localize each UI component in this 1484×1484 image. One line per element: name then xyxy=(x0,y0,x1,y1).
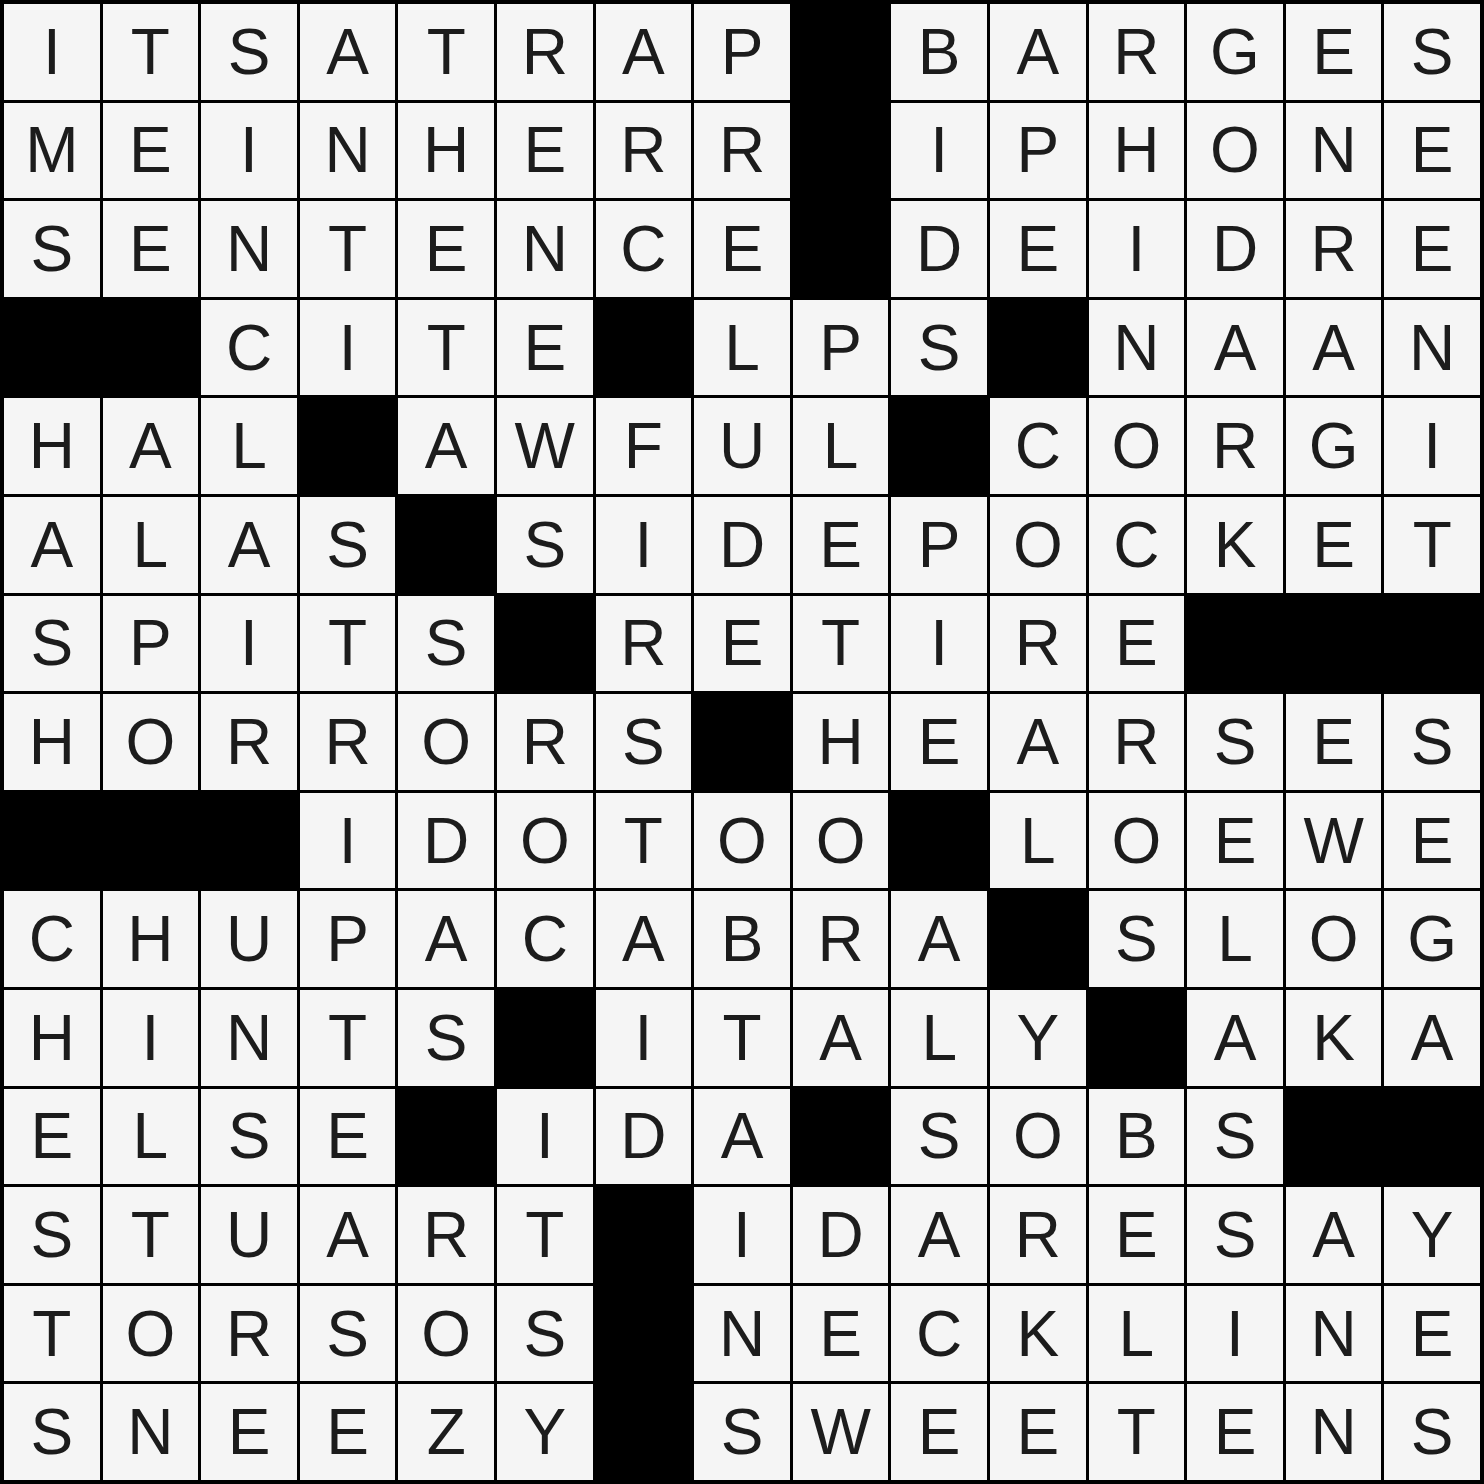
cell-r7c2[interactable]: P xyxy=(103,596,199,692)
cell-r12c11[interactable]: O xyxy=(990,1089,1086,1185)
cell-r8c12[interactable]: R xyxy=(1089,694,1185,790)
cell-r9c8[interactable]: O xyxy=(694,793,790,889)
cell-r10c6[interactable]: C xyxy=(497,891,593,987)
crossword-grid: ITSATRAPBARGESMEINHERRIPHONESENTENCEDEID… xyxy=(0,0,1484,1484)
cell-r6c12[interactable]: C xyxy=(1089,497,1185,593)
cell-r5c9[interactable]: L xyxy=(793,398,889,494)
cell-r15c2[interactable]: N xyxy=(103,1384,199,1480)
cell-r6c3[interactable]: A xyxy=(201,497,297,593)
cell-r3c11[interactable]: E xyxy=(990,201,1086,297)
cell-r13c8[interactable]: I xyxy=(694,1187,790,1283)
cell-r13c12[interactable]: E xyxy=(1089,1187,1185,1283)
cell-r12c10[interactable]: S xyxy=(891,1089,987,1185)
cell-r15c4[interactable]: E xyxy=(300,1384,396,1480)
cell-r15c8[interactable]: S xyxy=(694,1384,790,1480)
black-square-r12c14 xyxy=(1286,1089,1382,1185)
cell-r13c1[interactable]: S xyxy=(4,1187,100,1283)
cell-r10c8[interactable]: B xyxy=(694,891,790,987)
cell-r13c13[interactable]: S xyxy=(1187,1187,1283,1283)
black-square-r9c2 xyxy=(103,793,199,889)
cell-r8c15[interactable]: S xyxy=(1384,694,1480,790)
black-square-r10c11 xyxy=(990,891,1086,987)
cell-r11c2[interactable]: I xyxy=(103,990,199,1086)
cell-r2c1[interactable]: M xyxy=(4,103,100,199)
cell-r12c4[interactable]: E xyxy=(300,1089,396,1185)
cell-r5c1[interactable]: H xyxy=(4,398,100,494)
cell-r6c6[interactable]: S xyxy=(497,497,593,593)
cell-r2c8[interactable]: R xyxy=(694,103,790,199)
cell-r11c10[interactable]: L xyxy=(891,990,987,1086)
cell-r8c1[interactable]: H xyxy=(4,694,100,790)
cell-r4c9[interactable]: P xyxy=(793,300,889,396)
cell-r8c14[interactable]: E xyxy=(1286,694,1382,790)
cell-r13c15[interactable]: Y xyxy=(1384,1187,1480,1283)
cell-r8c13[interactable]: S xyxy=(1187,694,1283,790)
cell-r10c2[interactable]: H xyxy=(103,891,199,987)
cell-r5c8[interactable]: U xyxy=(694,398,790,494)
cell-r8c11[interactable]: A xyxy=(990,694,1086,790)
cell-r15c12[interactable]: T xyxy=(1089,1384,1185,1480)
cell-r4c10[interactable]: S xyxy=(891,300,987,396)
cell-r1c7[interactable]: A xyxy=(596,4,692,100)
cell-r15c1[interactable]: S xyxy=(4,1384,100,1480)
cell-r15c6[interactable]: Y xyxy=(497,1384,593,1480)
cell-r11c9[interactable]: A xyxy=(793,990,889,1086)
cell-r2c14[interactable]: N xyxy=(1286,103,1382,199)
cell-r5c6[interactable]: W xyxy=(497,398,593,494)
cell-r8c7[interactable]: S xyxy=(596,694,692,790)
cell-r1c6[interactable]: R xyxy=(497,4,593,100)
cell-r14c10[interactable]: C xyxy=(891,1286,987,1382)
cell-r10c3[interactable]: U xyxy=(201,891,297,987)
cell-r2c3[interactable]: I xyxy=(201,103,297,199)
cell-r9c5[interactable]: D xyxy=(398,793,494,889)
cell-r13c4[interactable]: A xyxy=(300,1187,396,1283)
cell-r8c3[interactable]: R xyxy=(201,694,297,790)
cell-r9c7[interactable]: T xyxy=(596,793,692,889)
cell-r8c6[interactable]: R xyxy=(497,694,593,790)
cell-r12c7[interactable]: D xyxy=(596,1089,692,1185)
cell-r10c7[interactable]: A xyxy=(596,891,692,987)
cell-r10c1[interactable]: C xyxy=(4,891,100,987)
cell-r15c11[interactable]: E xyxy=(990,1384,1086,1480)
cell-r10c4[interactable]: P xyxy=(300,891,396,987)
cell-r7c9[interactable]: T xyxy=(793,596,889,692)
cell-r10c14[interactable]: O xyxy=(1286,891,1382,987)
cell-r8c9[interactable]: H xyxy=(793,694,889,790)
cell-r6c10[interactable]: P xyxy=(891,497,987,593)
cell-r9c14[interactable]: W xyxy=(1286,793,1382,889)
black-square-r14c7 xyxy=(596,1286,692,1382)
cell-r14c9[interactable]: E xyxy=(793,1286,889,1382)
black-square-r12c5 xyxy=(398,1089,494,1185)
cell-r7c11[interactable]: R xyxy=(990,596,1086,692)
cell-r7c10[interactable]: I xyxy=(891,596,987,692)
cell-r14c3[interactable]: R xyxy=(201,1286,297,1382)
black-square-r13c7 xyxy=(596,1187,692,1283)
cell-r14c6[interactable]: S xyxy=(497,1286,593,1382)
black-square-r2c9 xyxy=(793,103,889,199)
cell-r12c1[interactable]: E xyxy=(4,1089,100,1185)
cell-r14c2[interactable]: O xyxy=(103,1286,199,1382)
cell-r5c12[interactable]: O xyxy=(1089,398,1185,494)
cell-r12c13[interactable]: S xyxy=(1187,1089,1283,1185)
black-square-r9c10 xyxy=(891,793,987,889)
cell-r3c12[interactable]: I xyxy=(1089,201,1185,297)
cell-r14c15[interactable]: E xyxy=(1384,1286,1480,1382)
cell-r14c5[interactable]: O xyxy=(398,1286,494,1382)
black-square-r6c5 xyxy=(398,497,494,593)
black-square-r4c11 xyxy=(990,300,1086,396)
cell-r5c14[interactable]: G xyxy=(1286,398,1382,494)
cell-r5c15[interactable]: I xyxy=(1384,398,1480,494)
cell-r6c13[interactable]: K xyxy=(1187,497,1283,593)
black-square-r9c3 xyxy=(201,793,297,889)
cell-r12c12[interactable]: B xyxy=(1089,1089,1185,1185)
cell-r12c8[interactable]: A xyxy=(694,1089,790,1185)
cell-r2c12[interactable]: H xyxy=(1089,103,1185,199)
cell-r14c12[interactable]: L xyxy=(1089,1286,1185,1382)
cell-r3c8[interactable]: E xyxy=(694,201,790,297)
cell-r15c3[interactable]: E xyxy=(201,1384,297,1480)
cell-r14c13[interactable]: I xyxy=(1187,1286,1283,1382)
cell-r6c8[interactable]: D xyxy=(694,497,790,593)
cell-r3c14[interactable]: R xyxy=(1286,201,1382,297)
cell-r3c15[interactable]: E xyxy=(1384,201,1480,297)
cell-r2c11[interactable]: P xyxy=(990,103,1086,199)
cell-r6c2[interactable]: L xyxy=(103,497,199,593)
cell-r9c6[interactable]: O xyxy=(497,793,593,889)
cell-r15c10[interactable]: E xyxy=(891,1384,987,1480)
cell-r11c13[interactable]: A xyxy=(1187,990,1283,1086)
black-square-r8c8 xyxy=(694,694,790,790)
cell-r3c6[interactable]: N xyxy=(497,201,593,297)
cell-r7c1[interactable]: S xyxy=(4,596,100,692)
cell-r1c13[interactable]: G xyxy=(1187,4,1283,100)
cell-r7c12[interactable]: E xyxy=(1089,596,1185,692)
cell-r1c10[interactable]: B xyxy=(891,4,987,100)
cell-r13c10[interactable]: A xyxy=(891,1187,987,1283)
cell-r9c13[interactable]: E xyxy=(1187,793,1283,889)
black-square-r3c9 xyxy=(793,201,889,297)
cell-r13c11[interactable]: R xyxy=(990,1187,1086,1283)
cell-r3c3[interactable]: N xyxy=(201,201,297,297)
cell-r11c5[interactable]: S xyxy=(398,990,494,1086)
cell-r9c9[interactable]: O xyxy=(793,793,889,889)
cell-r1c4[interactable]: A xyxy=(300,4,396,100)
cell-r1c8[interactable]: P xyxy=(694,4,790,100)
cell-r2c13[interactable]: O xyxy=(1187,103,1283,199)
cell-r1c12[interactable]: R xyxy=(1089,4,1185,100)
cell-r11c1[interactable]: H xyxy=(4,990,100,1086)
cell-r7c8[interactable]: E xyxy=(694,596,790,692)
black-square-r12c9 xyxy=(793,1089,889,1185)
cell-r8c2[interactable]: O xyxy=(103,694,199,790)
cell-r11c7[interactable]: I xyxy=(596,990,692,1086)
cell-r10c15[interactable]: G xyxy=(1384,891,1480,987)
cell-r11c3[interactable]: N xyxy=(201,990,297,1086)
cell-r10c10[interactable]: A xyxy=(891,891,987,987)
cell-r13c6[interactable]: T xyxy=(497,1187,593,1283)
cell-r3c10[interactable]: D xyxy=(891,201,987,297)
cell-r13c9[interactable]: D xyxy=(793,1187,889,1283)
cell-r9c11[interactable]: L xyxy=(990,793,1086,889)
cell-r10c5[interactable]: A xyxy=(398,891,494,987)
cell-r1c3[interactable]: S xyxy=(201,4,297,100)
cell-r14c1[interactable]: T xyxy=(4,1286,100,1382)
black-square-r11c12 xyxy=(1089,990,1185,1086)
cell-r6c9[interactable]: E xyxy=(793,497,889,593)
cell-r3c4[interactable]: T xyxy=(300,201,396,297)
cell-r13c14[interactable]: A xyxy=(1286,1187,1382,1283)
cell-r4c15[interactable]: N xyxy=(1384,300,1480,396)
cell-r6c14[interactable]: E xyxy=(1286,497,1382,593)
cell-r13c3[interactable]: U xyxy=(201,1187,297,1283)
cell-r8c10[interactable]: E xyxy=(891,694,987,790)
cell-r2c5[interactable]: H xyxy=(398,103,494,199)
cell-r2c2[interactable]: E xyxy=(103,103,199,199)
cell-r1c11[interactable]: A xyxy=(990,4,1086,100)
black-square-r7c13 xyxy=(1187,596,1283,692)
black-square-r4c2 xyxy=(103,300,199,396)
cell-r12c3[interactable]: S xyxy=(201,1089,297,1185)
cell-r5c3[interactable]: L xyxy=(201,398,297,494)
cell-r1c14[interactable]: E xyxy=(1286,4,1382,100)
cell-r15c13[interactable]: E xyxy=(1187,1384,1283,1480)
cell-r10c13[interactable]: L xyxy=(1187,891,1283,987)
cell-r6c7[interactable]: I xyxy=(596,497,692,593)
cell-r9c15[interactable]: E xyxy=(1384,793,1480,889)
cell-r6c4[interactable]: S xyxy=(300,497,396,593)
cell-r3c2[interactable]: E xyxy=(103,201,199,297)
cell-r9c4[interactable]: I xyxy=(300,793,396,889)
cell-r7c3[interactable]: I xyxy=(201,596,297,692)
cell-r4c5[interactable]: T xyxy=(398,300,494,396)
cell-r2c4[interactable]: N xyxy=(300,103,396,199)
cell-r5c2[interactable]: A xyxy=(103,398,199,494)
cell-r7c4[interactable]: T xyxy=(300,596,396,692)
cell-r15c14[interactable]: N xyxy=(1286,1384,1382,1480)
cell-r11c15[interactable]: A xyxy=(1384,990,1480,1086)
cell-r3c1[interactable]: S xyxy=(4,201,100,297)
black-square-r15c7 xyxy=(596,1384,692,1480)
black-square-r1c9 xyxy=(793,4,889,100)
cell-r10c9[interactable]: R xyxy=(793,891,889,987)
cell-r7c7[interactable]: R xyxy=(596,596,692,692)
cell-r11c14[interactable]: K xyxy=(1286,990,1382,1086)
cell-r1c5[interactable]: T xyxy=(398,4,494,100)
cell-r1c1[interactable]: I xyxy=(4,4,100,100)
cell-r4c12[interactable]: N xyxy=(1089,300,1185,396)
cell-r8c4[interactable]: R xyxy=(300,694,396,790)
cell-r3c13[interactable]: D xyxy=(1187,201,1283,297)
cell-r3c5[interactable]: E xyxy=(398,201,494,297)
cell-r7c5[interactable]: S xyxy=(398,596,494,692)
cell-r14c4[interactable]: S xyxy=(300,1286,396,1382)
black-square-r7c6 xyxy=(497,596,593,692)
cell-r5c5[interactable]: A xyxy=(398,398,494,494)
cell-r11c4[interactable]: T xyxy=(300,990,396,1086)
cell-r13c2[interactable]: T xyxy=(103,1187,199,1283)
black-square-r4c7 xyxy=(596,300,692,396)
cell-r1c2[interactable]: T xyxy=(103,4,199,100)
cell-r4c4[interactable]: I xyxy=(300,300,396,396)
cell-r4c8[interactable]: L xyxy=(694,300,790,396)
black-square-r9c1 xyxy=(4,793,100,889)
cell-r9c12[interactable]: O xyxy=(1089,793,1185,889)
cell-r14c14[interactable]: N xyxy=(1286,1286,1382,1382)
cell-r1c15[interactable]: S xyxy=(1384,4,1480,100)
cell-r2c10[interactable]: I xyxy=(891,103,987,199)
cell-r2c6[interactable]: E xyxy=(497,103,593,199)
cell-r6c11[interactable]: O xyxy=(990,497,1086,593)
black-square-r11c6 xyxy=(497,990,593,1086)
cell-r2c15[interactable]: E xyxy=(1384,103,1480,199)
cell-r5c7[interactable]: F xyxy=(596,398,692,494)
cell-r15c15[interactable]: S xyxy=(1384,1384,1480,1480)
cell-r6c1[interactable]: A xyxy=(4,497,100,593)
cell-r11c8[interactable]: T xyxy=(694,990,790,1086)
cell-r15c5[interactable]: Z xyxy=(398,1384,494,1480)
cell-r5c11[interactable]: C xyxy=(990,398,1086,494)
black-square-r5c4 xyxy=(300,398,396,494)
cell-r5c13[interactable]: R xyxy=(1187,398,1283,494)
cell-r4c13[interactable]: A xyxy=(1187,300,1283,396)
cell-r10c12[interactable]: S xyxy=(1089,891,1185,987)
cell-r4c14[interactable]: A xyxy=(1286,300,1382,396)
cell-r13c5[interactable]: R xyxy=(398,1187,494,1283)
cell-r15c9[interactable]: W xyxy=(793,1384,889,1480)
cell-r12c6[interactable]: I xyxy=(497,1089,593,1185)
cell-r14c8[interactable]: N xyxy=(694,1286,790,1382)
black-square-r7c15 xyxy=(1384,596,1480,692)
cell-r14c11[interactable]: K xyxy=(990,1286,1086,1382)
cell-r12c2[interactable]: L xyxy=(103,1089,199,1185)
black-square-r12c15 xyxy=(1384,1089,1480,1185)
cell-r3c7[interactable]: C xyxy=(596,201,692,297)
black-square-r5c10 xyxy=(891,398,987,494)
black-square-r4c1 xyxy=(4,300,100,396)
cell-r4c6[interactable]: E xyxy=(497,300,593,396)
cell-r8c5[interactable]: O xyxy=(398,694,494,790)
cell-r11c11[interactable]: Y xyxy=(990,990,1086,1086)
cell-r6c15[interactable]: T xyxy=(1384,497,1480,593)
cell-r2c7[interactable]: R xyxy=(596,103,692,199)
black-square-r7c14 xyxy=(1286,596,1382,692)
cell-r4c3[interactable]: C xyxy=(201,300,297,396)
